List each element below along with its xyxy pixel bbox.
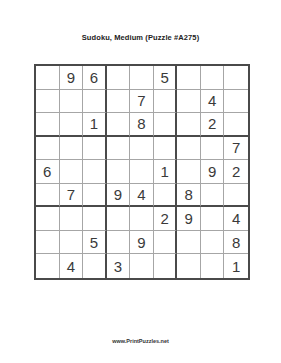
sudoku-cell-r7c7[interactable]: 9 [177, 207, 201, 231]
sudoku-cell-r7c5[interactable] [130, 207, 154, 231]
sudoku-cell-r4c7[interactable] [177, 137, 201, 161]
sudoku-cell-r2c3[interactable] [83, 90, 107, 114]
sudoku-cell-r8c5[interactable]: 9 [130, 231, 154, 255]
sudoku-cell-r3c2[interactable] [60, 113, 84, 137]
sudoku-cell-r9c5[interactable] [130, 254, 154, 278]
sudoku-cell-r1c7[interactable] [177, 66, 201, 90]
sudoku-cell-r7c4[interactable] [107, 207, 131, 231]
sudoku-cell-r5c9[interactable]: 2 [224, 160, 248, 184]
sudoku-cell-r1c3[interactable]: 6 [83, 66, 107, 90]
sudoku-cell-r1c1[interactable] [36, 66, 60, 90]
sudoku-cell-r5c5[interactable] [130, 160, 154, 184]
sudoku-cell-r2c7[interactable] [177, 90, 201, 114]
sudoku-cell-r8c8[interactable] [201, 231, 225, 255]
sudoku-cell-r6c4[interactable]: 9 [107, 184, 131, 208]
sudoku-cell-r9c7[interactable] [177, 254, 201, 278]
sudoku-cell-r3c6[interactable] [154, 113, 178, 137]
sudoku-cell-r5c6[interactable]: 1 [154, 160, 178, 184]
sudoku-cell-r6c8[interactable] [201, 184, 225, 208]
sudoku-cell-r9c4[interactable]: 3 [107, 254, 131, 278]
sudoku-cell-r4c8[interactable] [201, 137, 225, 161]
sudoku-cell-r7c2[interactable] [60, 207, 84, 231]
sudoku-cell-r7c1[interactable] [36, 207, 60, 231]
sudoku-cell-r4c5[interactable] [130, 137, 154, 161]
sudoku-cell-r2c6[interactable] [154, 90, 178, 114]
sudoku-cell-r9c9[interactable]: 1 [224, 254, 248, 278]
sudoku-cell-r6c1[interactable] [36, 184, 60, 208]
sudoku-cell-r8c1[interactable] [36, 231, 60, 255]
sudoku-cell-r5c4[interactable] [107, 160, 131, 184]
sudoku-cell-r7c3[interactable] [83, 207, 107, 231]
sudoku-cell-r3c4[interactable] [107, 113, 131, 137]
sudoku-cell-r3c1[interactable] [36, 113, 60, 137]
sudoku-cell-r6c5[interactable]: 4 [130, 184, 154, 208]
sudoku-cell-r1c5[interactable] [130, 66, 154, 90]
sudoku-cell-r7c9[interactable]: 4 [224, 207, 248, 231]
sudoku-cell-r1c9[interactable] [224, 66, 248, 90]
sudoku-cell-r3c8[interactable]: 2 [201, 113, 225, 137]
sudoku-cell-r4c4[interactable] [107, 137, 131, 161]
footer-url: www.PrintPuzzles.net [0, 338, 281, 344]
sudoku-cell-r2c2[interactable] [60, 90, 84, 114]
sudoku-cell-r6c9[interactable] [224, 184, 248, 208]
sudoku-cell-r8c2[interactable] [60, 231, 84, 255]
sudoku-cell-r3c9[interactable] [224, 113, 248, 137]
sudoku-cell-r5c1[interactable]: 6 [36, 160, 60, 184]
sudoku-cell-r3c5[interactable]: 8 [130, 113, 154, 137]
sudoku-cell-r1c2[interactable]: 9 [60, 66, 84, 90]
sudoku-cell-r5c7[interactable] [177, 160, 201, 184]
sudoku-cell-r4c6[interactable] [154, 137, 178, 161]
sudoku-cell-r8c4[interactable] [107, 231, 131, 255]
sudoku-grid: 96574182761927948294598431 [34, 64, 250, 280]
sudoku-cell-r2c5[interactable]: 7 [130, 90, 154, 114]
sudoku-cell-r7c6[interactable]: 2 [154, 207, 178, 231]
sudoku-cell-r8c9[interactable]: 8 [224, 231, 248, 255]
sudoku-cell-r4c1[interactable] [36, 137, 60, 161]
sudoku-cell-r8c6[interactable] [154, 231, 178, 255]
sudoku-cell-r8c3[interactable]: 5 [83, 231, 107, 255]
sudoku-cell-r7c8[interactable] [201, 207, 225, 231]
sudoku-cell-r9c6[interactable] [154, 254, 178, 278]
sudoku-cell-r2c9[interactable] [224, 90, 248, 114]
sudoku-cell-r4c3[interactable] [83, 137, 107, 161]
sudoku-cell-r6c2[interactable]: 7 [60, 184, 84, 208]
sudoku-cell-r9c2[interactable]: 4 [60, 254, 84, 278]
sudoku-cell-r1c4[interactable] [107, 66, 131, 90]
sudoku-cell-r9c3[interactable] [83, 254, 107, 278]
sudoku-cell-r2c8[interactable]: 4 [201, 90, 225, 114]
sudoku-cell-r5c2[interactable] [60, 160, 84, 184]
sudoku-cell-r4c2[interactable] [60, 137, 84, 161]
sudoku-cell-r2c4[interactable] [107, 90, 131, 114]
sudoku-cell-r2c1[interactable] [36, 90, 60, 114]
sudoku-cell-r6c6[interactable] [154, 184, 178, 208]
sudoku-cell-r4c9[interactable]: 7 [224, 137, 248, 161]
sudoku-cell-r5c3[interactable] [83, 160, 107, 184]
sudoku-cell-r3c7[interactable] [177, 113, 201, 137]
puzzle-title: Sudoku, Medium (Puzzle #A275) [0, 33, 281, 42]
sudoku-cell-r9c1[interactable] [36, 254, 60, 278]
sudoku-cell-r1c6[interactable]: 5 [154, 66, 178, 90]
sudoku-cell-r1c8[interactable] [201, 66, 225, 90]
sudoku-page: Sudoku, Medium (Puzzle #A275) 9657418276… [0, 0, 281, 363]
sudoku-cell-r5c8[interactable]: 9 [201, 160, 225, 184]
sudoku-cell-r9c8[interactable] [201, 254, 225, 278]
sudoku-cell-r3c3[interactable]: 1 [83, 113, 107, 137]
sudoku-cell-r8c7[interactable] [177, 231, 201, 255]
sudoku-cell-r6c3[interactable] [83, 184, 107, 208]
sudoku-cell-r6c7[interactable]: 8 [177, 184, 201, 208]
